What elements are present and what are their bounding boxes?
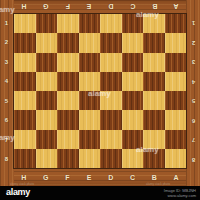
square-h6 [14,110,36,129]
square-e7 [79,130,101,149]
rank-label-right-2: 2 [187,33,200,53]
square-h7 [14,130,36,149]
rank-label-left-3: 3 [0,52,13,72]
file-label-top-H: H [13,0,35,13]
square-e8 [79,149,101,168]
square-b3 [143,53,165,72]
square-f8 [57,149,79,168]
square-d8 [100,149,122,168]
website-text: www.alamy.com [164,193,196,198]
rank-label-right-6: 6 [187,111,200,131]
square-e3 [79,53,101,72]
square-e2 [79,33,101,52]
square-a4 [165,72,187,91]
square-c5 [122,91,144,110]
square-h1 [14,14,36,33]
alamy-watermark-4: alamy [136,10,159,19]
file-label-bottom-C: C [122,169,144,186]
file-label-top-D: D [100,0,122,13]
rank-label-right-8: 8 [187,150,200,170]
square-g6 [36,110,58,129]
square-d7 [100,130,122,149]
square-f5 [57,91,79,110]
rank-label-right-4: 4 [187,72,200,92]
rank-label-left-4: 4 [0,72,13,92]
file-label-bottom-D: D [100,169,122,186]
square-h5 [14,91,36,110]
square-c4 [122,72,144,91]
rank-label-right-5: 5 [187,91,200,111]
square-d6 [100,110,122,129]
square-f2 [57,33,79,52]
square-c3 [122,53,144,72]
rank-label-right-1: 1 [187,13,200,33]
square-c2 [122,33,144,52]
square-a6 [165,110,187,129]
alamy-logo: alamy [6,187,30,197]
alamy-watermark-5: alamy [136,145,159,154]
square-g3 [36,53,58,72]
file-label-top-G: G [35,0,57,13]
file-label-bottom-G: G [35,169,57,186]
alamy-watermark-3: alamy [0,5,15,14]
square-d2 [100,33,122,52]
file-label-top-E: E [78,0,100,13]
square-a2 [165,33,187,52]
square-h3 [14,53,36,72]
square-c6 [122,110,144,129]
rank-label-left-2: 2 [0,33,13,53]
rank-label-left-8: 8 [0,150,13,170]
rank-label-right-7: 7 [187,130,200,150]
square-b6 [143,110,165,129]
square-e1 [79,14,101,33]
square-f6 [57,110,79,129]
square-b5 [143,91,165,110]
file-label-top-F: F [57,0,79,13]
alamy-watermark-2: alamy [0,133,15,142]
square-g2 [36,33,58,52]
square-f1 [57,14,79,33]
file-label-bottom-F: F [57,169,79,186]
square-f3 [57,53,79,72]
footer-meta: Image ID: MBJNH www.alamy.com [164,188,196,198]
rank-labels-left: 12345678 [0,13,13,169]
square-h8 [14,149,36,168]
square-b4 [143,72,165,91]
square-a5 [165,91,187,110]
square-g8 [36,149,58,168]
square-g1 [36,14,58,33]
square-a8 [165,149,187,168]
alamy-footer-bar: alamy Image ID: MBJNH www.alamy.com [0,186,200,200]
file-label-top-A: A [165,0,187,13]
wooden-board-photo: HGFEDCBA HGFEDCBA 12345678 12345678 alam… [0,0,200,186]
square-f7 [57,130,79,149]
rank-labels-right: 12345678 [187,13,200,169]
square-g5 [36,91,58,110]
stock-photo-chessboard: HGFEDCBA HGFEDCBA 12345678 12345678 alam… [0,0,200,200]
square-g7 [36,130,58,149]
square-g4 [36,72,58,91]
square-h4 [14,72,36,91]
square-h2 [14,33,36,52]
square-a1 [165,14,187,33]
square-a3 [165,53,187,72]
square-d3 [100,53,122,72]
rank-label-left-6: 6 [0,111,13,131]
file-label-bottom-E: E [78,169,100,186]
square-e6 [79,110,101,129]
square-f4 [57,72,79,91]
rank-label-left-1: 1 [0,13,13,33]
square-b2 [143,33,165,52]
square-a7 [165,130,187,149]
rank-label-right-3: 3 [187,52,200,72]
rank-label-left-5: 5 [0,91,13,111]
file-labels-top: HGFEDCBA [13,0,187,13]
square-d1 [100,14,122,33]
alamy-watermark-1: alamy [88,89,111,98]
